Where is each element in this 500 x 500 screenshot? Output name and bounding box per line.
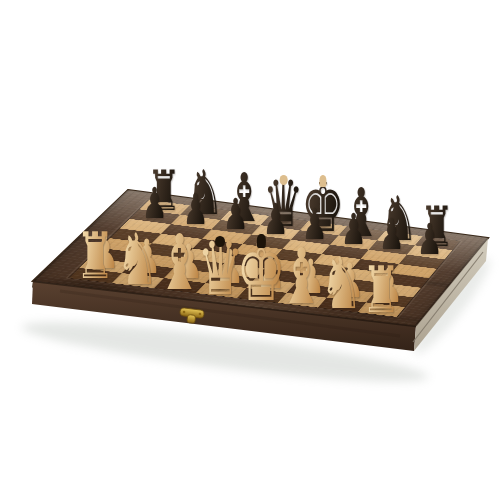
chess-set-product-photo: ♜♞♝♛♚♝♞♜♟♟♟♟♟♟♟♟♟♟♟♟♟♟♟♟♜♞♝♛♚♝♞♜ <box>0 0 500 500</box>
